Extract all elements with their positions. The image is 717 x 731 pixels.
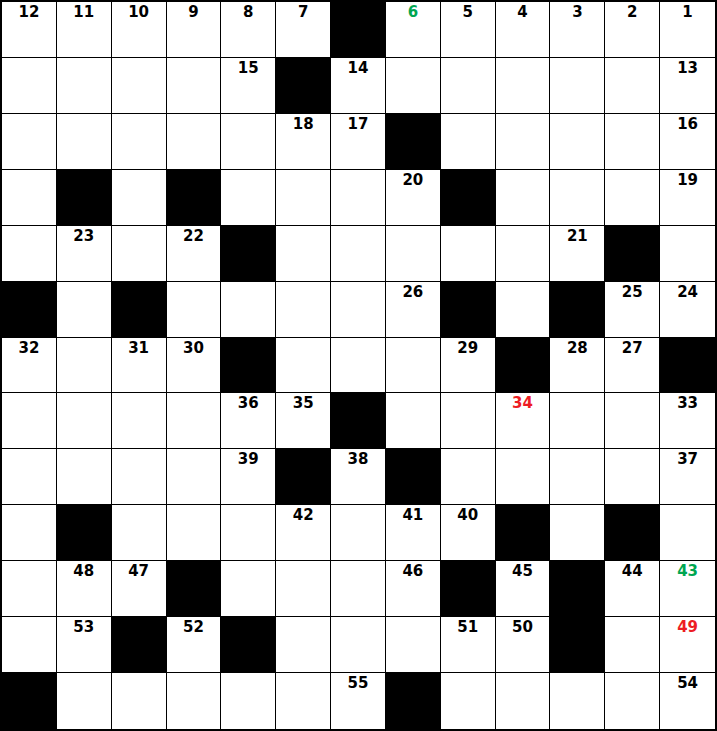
cell-r6-c11 [550,282,605,338]
cell-r1-c3[interactable]: 10 [112,2,167,58]
cell-r8-c13[interactable]: 33 [660,393,715,449]
cell-r12-c10[interactable]: 50 [496,617,551,673]
cell-r2-c12[interactable] [605,58,660,114]
cell-r11-c11 [550,561,605,617]
cell-r12-c7[interactable] [331,617,386,673]
cell-r8-c9[interactable] [441,393,496,449]
cell-r1-c8[interactable]: 6 [386,2,441,58]
cell-r4-c12[interactable] [605,170,660,226]
cell-r11-c3[interactable]: 47 [112,561,167,617]
cell-r9-c2[interactable] [57,449,112,505]
cell-r9-c8 [386,449,441,505]
cell-r3-c8 [386,114,441,170]
clue-number-13: 13 [677,58,698,77]
cell-r13-c8 [386,673,441,729]
clue-number-49: 49 [677,617,698,636]
clue-number-17: 17 [348,114,369,133]
cell-r8-c1[interactable] [2,393,57,449]
cell-r2-c11[interactable] [550,58,605,114]
cell-r8-c11[interactable] [550,393,605,449]
cell-r1-c10[interactable]: 4 [496,2,551,58]
cell-r3-c2[interactable] [57,114,112,170]
cell-r10-c3[interactable] [112,505,167,561]
clue-number-33: 33 [677,393,698,412]
cell-r4-c7[interactable] [331,170,386,226]
clue-number-4: 4 [517,2,527,21]
cell-r3-c10[interactable] [496,114,551,170]
cell-r11-c5[interactable] [221,561,276,617]
clue-number-42: 42 [293,505,314,524]
cell-r3-c9[interactable] [441,114,496,170]
cell-r11-c2[interactable]: 48 [57,561,112,617]
clue-number-2: 2 [627,2,637,21]
cell-r12-c3 [112,617,167,673]
cell-r6-c8[interactable]: 26 [386,282,441,338]
clue-number-9: 9 [188,2,198,21]
clue-number-26: 26 [402,282,423,301]
clue-number-55: 55 [348,673,369,692]
clue-number-54: 54 [677,673,698,692]
clue-number-15: 15 [238,58,259,77]
cell-r4-c11[interactable] [550,170,605,226]
cell-r12-c6[interactable] [276,617,331,673]
clue-number-25: 25 [622,282,643,301]
cell-r9-c13[interactable]: 37 [660,449,715,505]
cell-r6-c12[interactable]: 25 [605,282,660,338]
cell-r10-c11[interactable] [550,505,605,561]
cell-r3-c4[interactable] [167,114,222,170]
cell-r8-c2[interactable] [57,393,112,449]
cell-r4-c3[interactable] [112,170,167,226]
clue-number-22: 22 [183,226,204,245]
cell-r6-c2[interactable] [57,282,112,338]
cell-r9-c6 [276,449,331,505]
cell-r4-c2 [57,170,112,226]
clue-number-24: 24 [677,282,698,301]
cell-r5-c11[interactable]: 21 [550,226,605,282]
clue-number-36: 36 [238,393,259,412]
cell-r7-c2[interactable] [57,338,112,394]
cell-r6-c7[interactable] [331,282,386,338]
clue-number-51: 51 [457,617,478,636]
cell-r10-c6[interactable]: 42 [276,505,331,561]
cell-r11-c1[interactable] [2,561,57,617]
cell-r4-c4 [167,170,222,226]
clue-number-6: 6 [408,2,418,21]
crossword-grid: 1211109876543211514131817162019232221262… [0,0,717,731]
cell-r4-c10[interactable] [496,170,551,226]
cell-r9-c11[interactable] [550,449,605,505]
cell-r12-c9[interactable]: 51 [441,617,496,673]
cell-r5-c10[interactable] [496,226,551,282]
cell-r13-c7[interactable]: 55 [331,673,386,729]
clue-number-21: 21 [567,226,588,245]
cell-r3-c6[interactable]: 18 [276,114,331,170]
cell-r12-c4[interactable]: 52 [167,617,222,673]
cell-r10-c2 [57,505,112,561]
cell-r13-c1 [2,673,57,729]
cell-r3-c5[interactable] [221,114,276,170]
cell-r1-c1[interactable]: 12 [2,2,57,58]
clue-number-37: 37 [677,449,698,468]
cell-r2-c6 [276,58,331,114]
cell-r9-c3[interactable] [112,449,167,505]
cell-r13-c3[interactable] [112,673,167,729]
clue-number-18: 18 [293,114,314,133]
cell-r1-c5[interactable]: 8 [221,2,276,58]
cell-r2-c7[interactable]: 14 [331,58,386,114]
cell-r6-c13[interactable]: 24 [660,282,715,338]
clue-number-1: 1 [682,2,692,21]
cell-r9-c5[interactable]: 39 [221,449,276,505]
cell-r11-c9 [441,561,496,617]
cell-r10-c4[interactable] [167,505,222,561]
cell-r10-c12 [605,505,660,561]
cell-r11-c8[interactable]: 46 [386,561,441,617]
cell-r5-c3[interactable] [112,226,167,282]
clue-number-45: 45 [512,561,533,580]
clue-number-20: 20 [402,170,423,189]
cell-r4-c1[interactable] [2,170,57,226]
cell-r13-c4[interactable] [167,673,222,729]
cell-r5-c12 [605,226,660,282]
cell-r1-c7 [331,2,386,58]
cell-r10-c13[interactable] [660,505,715,561]
cell-r7-c4[interactable]: 30 [167,338,222,394]
cell-r5-c9[interactable] [441,226,496,282]
clue-number-3: 3 [572,2,582,21]
cell-r10-c10 [496,505,551,561]
cell-r13-c6[interactable] [276,673,331,729]
cell-r12-c1[interactable] [2,617,57,673]
cell-r7-c9[interactable]: 29 [441,338,496,394]
cell-r9-c10[interactable] [496,449,551,505]
cell-r7-c8[interactable] [386,338,441,394]
cell-r5-c8[interactable] [386,226,441,282]
clue-number-48: 48 [73,561,94,580]
cell-r10-c8[interactable]: 41 [386,505,441,561]
cell-r7-c3[interactable]: 31 [112,338,167,394]
cell-r12-c11 [550,617,605,673]
cell-r13-c10[interactable] [496,673,551,729]
cell-r7-c13 [660,338,715,394]
cell-r1-c11[interactable]: 3 [550,2,605,58]
clue-number-34: 34 [512,393,533,412]
cell-r2-c5[interactable]: 15 [221,58,276,114]
cell-r7-c1[interactable]: 32 [2,338,57,394]
cell-r5-c5 [221,226,276,282]
clue-number-23: 23 [73,226,94,245]
clue-number-28: 28 [567,338,588,357]
clue-number-39: 39 [238,449,259,468]
cell-r8-c7 [331,393,386,449]
cell-r10-c5[interactable] [221,505,276,561]
cell-r8-c8[interactable] [386,393,441,449]
cell-r13-c2[interactable] [57,673,112,729]
cell-r13-c9[interactable] [441,673,496,729]
cell-r2-c8[interactable] [386,58,441,114]
cell-r1-c9[interactable]: 5 [441,2,496,58]
cell-r2-c9[interactable] [441,58,496,114]
clue-number-38: 38 [348,449,369,468]
cell-r7-c10 [496,338,551,394]
cell-r8-c5[interactable]: 36 [221,393,276,449]
clue-number-7: 7 [298,2,308,21]
cell-r13-c13[interactable]: 54 [660,673,715,729]
cell-r9-c4[interactable] [167,449,222,505]
cell-r5-c6[interactable] [276,226,331,282]
clue-number-27: 27 [622,338,643,357]
clue-number-14: 14 [348,58,369,77]
clue-number-52: 52 [183,617,204,636]
cell-r9-c9[interactable] [441,449,496,505]
cell-r1-c13[interactable]: 1 [660,2,715,58]
cell-r7-c5 [221,338,276,394]
cell-r6-c10[interactable] [496,282,551,338]
clue-number-41: 41 [402,505,423,524]
cell-r10-c7[interactable] [331,505,386,561]
cell-r7-c12[interactable]: 27 [605,338,660,394]
clue-number-35: 35 [293,393,314,412]
cell-r12-c13[interactable]: 49 [660,617,715,673]
cell-r8-c4[interactable] [167,393,222,449]
clue-number-29: 29 [457,338,478,357]
cell-r12-c12[interactable] [605,617,660,673]
cell-r13-c5[interactable] [221,673,276,729]
cell-r1-c6[interactable]: 7 [276,2,331,58]
cell-r10-c9[interactable]: 40 [441,505,496,561]
clue-number-16: 16 [677,114,698,133]
cell-r4-c9 [441,170,496,226]
clue-number-10: 10 [128,2,149,21]
cell-r4-c5[interactable] [221,170,276,226]
cell-r6-c1 [2,282,57,338]
cell-r12-c8[interactable] [386,617,441,673]
cell-r7-c7[interactable] [331,338,386,394]
cell-r7-c11[interactable]: 28 [550,338,605,394]
cell-r11-c7[interactable] [331,561,386,617]
clue-number-12: 12 [18,2,39,21]
clue-number-31: 31 [128,338,149,357]
clue-number-44: 44 [622,561,643,580]
cell-r2-c1[interactable] [2,58,57,114]
cell-r5-c1[interactable] [2,226,57,282]
clue-number-30: 30 [183,338,204,357]
cell-r11-c12[interactable]: 44 [605,561,660,617]
cell-r9-c7[interactable]: 38 [331,449,386,505]
cell-r2-c3[interactable] [112,58,167,114]
cell-r5-c2[interactable]: 23 [57,226,112,282]
cell-r6-c4[interactable] [167,282,222,338]
cell-r11-c13[interactable]: 43 [660,561,715,617]
cell-r13-c11[interactable] [550,673,605,729]
cell-r11-c10[interactable]: 45 [496,561,551,617]
cell-r1-c12[interactable]: 2 [605,2,660,58]
cell-r7-c6[interactable] [276,338,331,394]
clue-number-11: 11 [73,2,94,21]
cell-r3-c3[interactable] [112,114,167,170]
cell-r9-c12[interactable] [605,449,660,505]
clue-number-8: 8 [243,2,253,21]
clue-number-53: 53 [73,617,94,636]
cell-r2-c4[interactable] [167,58,222,114]
clue-number-32: 32 [18,338,39,357]
cell-r3-c7[interactable]: 17 [331,114,386,170]
clue-number-50: 50 [512,617,533,636]
cell-r9-c1[interactable] [2,449,57,505]
cell-r2-c2[interactable] [57,58,112,114]
cell-r6-c6[interactable] [276,282,331,338]
cell-r5-c4[interactable]: 22 [167,226,222,282]
clue-number-46: 46 [402,561,423,580]
cell-r6-c3 [112,282,167,338]
cell-r10-c1[interactable] [2,505,57,561]
cell-r5-c13[interactable] [660,226,715,282]
cell-r6-c5[interactable] [221,282,276,338]
cell-r4-c6[interactable] [276,170,331,226]
cell-r12-c2[interactable]: 53 [57,617,112,673]
cell-r2-c13[interactable]: 13 [660,58,715,114]
cell-r8-c6[interactable]: 35 [276,393,331,449]
cell-r4-c13[interactable]: 19 [660,170,715,226]
cell-r3-c13[interactable]: 16 [660,114,715,170]
cell-r13-c12[interactable] [605,673,660,729]
cell-r5-c7[interactable] [331,226,386,282]
cell-r1-c4[interactable]: 9 [167,2,222,58]
clue-number-47: 47 [128,561,149,580]
cell-r2-c10[interactable] [496,58,551,114]
cell-r8-c12[interactable] [605,393,660,449]
clue-number-19: 19 [677,170,698,189]
clue-number-43: 43 [677,561,698,580]
cell-r12-c5 [221,617,276,673]
cell-r3-c1[interactable] [2,114,57,170]
cell-r3-c11[interactable] [550,114,605,170]
cell-r8-c10[interactable]: 34 [496,393,551,449]
cell-r11-c6[interactable] [276,561,331,617]
cell-r11-c4 [167,561,222,617]
clue-number-5: 5 [462,2,472,21]
cell-r3-c12[interactable] [605,114,660,170]
cell-r1-c2[interactable]: 11 [57,2,112,58]
clue-number-40: 40 [457,505,478,524]
cell-r8-c3[interactable] [112,393,167,449]
cell-r6-c9 [441,282,496,338]
cell-r4-c8[interactable]: 20 [386,170,441,226]
